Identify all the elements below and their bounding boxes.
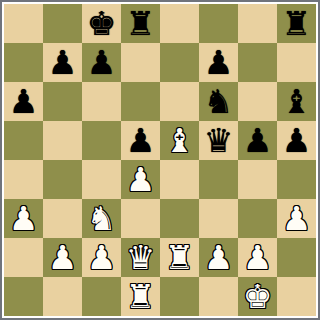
square-a3[interactable]: ♟ [4,199,43,238]
white-rook[interactable]: ♜ [126,277,156,316]
black-bishop[interactable]: ♝ [282,82,312,121]
square-d5[interactable]: ♟ [121,121,160,160]
square-c3[interactable]: ♞ [82,199,121,238]
square-h5[interactable]: ♟ [277,121,316,160]
square-c2[interactable]: ♟ [82,238,121,277]
square-g1[interactable]: ♚ [238,277,277,316]
square-c8[interactable]: ♚ [82,4,121,43]
square-g7[interactable] [238,43,277,82]
square-c5[interactable] [82,121,121,160]
square-f4[interactable] [199,160,238,199]
square-b1[interactable] [43,277,82,316]
white-knight[interactable]: ♞ [87,199,117,238]
white-pawn[interactable]: ♟ [126,160,156,199]
square-c7[interactable]: ♟ [82,43,121,82]
square-g4[interactable] [238,160,277,199]
black-pawn[interactable]: ♟ [126,121,156,160]
black-pawn[interactable]: ♟ [204,43,234,82]
square-h6[interactable]: ♝ [277,82,316,121]
white-queen[interactable]: ♛ [126,238,156,277]
square-d7[interactable] [121,43,160,82]
black-pawn[interactable]: ♟ [48,43,78,82]
square-f6[interactable]: ♞ [199,82,238,121]
black-king[interactable]: ♚ [87,4,117,43]
square-h2[interactable] [277,238,316,277]
square-d6[interactable] [121,82,160,121]
square-d3[interactable] [121,199,160,238]
square-g8[interactable] [238,4,277,43]
white-pawn[interactable]: ♟ [282,199,312,238]
black-queen[interactable]: ♛ [204,121,234,160]
black-pawn[interactable]: ♟ [282,121,312,160]
square-a8[interactable] [4,4,43,43]
square-e2[interactable]: ♜ [160,238,199,277]
square-f3[interactable] [199,199,238,238]
white-pawn[interactable]: ♟ [204,238,234,277]
square-a2[interactable] [4,238,43,277]
square-h7[interactable] [277,43,316,82]
square-g2[interactable]: ♟ [238,238,277,277]
square-c6[interactable] [82,82,121,121]
square-e5[interactable]: ♝ [160,121,199,160]
square-d4[interactable]: ♟ [121,160,160,199]
white-bishop[interactable]: ♝ [165,121,195,160]
white-rook[interactable]: ♜ [165,238,195,277]
square-c4[interactable] [82,160,121,199]
board-frame: ♚♜♜♟♟♟♟♞♝♟♝♛♟♟♟♟♞♟♟♟♛♜♟♟♜♚ [0,0,320,320]
black-rook[interactable]: ♜ [282,4,312,43]
square-e3[interactable] [160,199,199,238]
square-g3[interactable] [238,199,277,238]
square-b4[interactable] [43,160,82,199]
black-pawn[interactable]: ♟ [9,82,39,121]
square-d1[interactable]: ♜ [121,277,160,316]
square-g6[interactable] [238,82,277,121]
square-a5[interactable] [4,121,43,160]
white-pawn[interactable]: ♟ [87,238,117,277]
square-f2[interactable]: ♟ [199,238,238,277]
square-h8[interactable]: ♜ [277,4,316,43]
chess-board: ♚♜♜♟♟♟♟♞♝♟♝♛♟♟♟♟♞♟♟♟♛♜♟♟♜♚ [4,4,316,316]
square-d2[interactable]: ♛ [121,238,160,277]
square-e6[interactable] [160,82,199,121]
square-h4[interactable] [277,160,316,199]
square-a7[interactable] [4,43,43,82]
square-e7[interactable] [160,43,199,82]
square-b7[interactable]: ♟ [43,43,82,82]
square-a1[interactable] [4,277,43,316]
square-b2[interactable]: ♟ [43,238,82,277]
square-g5[interactable]: ♟ [238,121,277,160]
square-e1[interactable] [160,277,199,316]
black-pawn[interactable]: ♟ [87,43,117,82]
square-e8[interactable] [160,4,199,43]
white-king[interactable]: ♚ [243,277,273,316]
square-h3[interactable]: ♟ [277,199,316,238]
white-pawn[interactable]: ♟ [243,238,273,277]
square-h1[interactable] [277,277,316,316]
square-f5[interactable]: ♛ [199,121,238,160]
square-b8[interactable] [43,4,82,43]
square-b3[interactable] [43,199,82,238]
square-f8[interactable] [199,4,238,43]
square-a4[interactable] [4,160,43,199]
square-f1[interactable] [199,277,238,316]
square-e4[interactable] [160,160,199,199]
black-knight[interactable]: ♞ [204,82,234,121]
black-rook[interactable]: ♜ [126,4,156,43]
white-pawn[interactable]: ♟ [9,199,39,238]
square-d8[interactable]: ♜ [121,4,160,43]
square-b6[interactable] [43,82,82,121]
square-f7[interactable]: ♟ [199,43,238,82]
square-b5[interactable] [43,121,82,160]
white-pawn[interactable]: ♟ [48,238,78,277]
black-pawn[interactable]: ♟ [243,121,273,160]
square-a6[interactable]: ♟ [4,82,43,121]
square-c1[interactable] [82,277,121,316]
